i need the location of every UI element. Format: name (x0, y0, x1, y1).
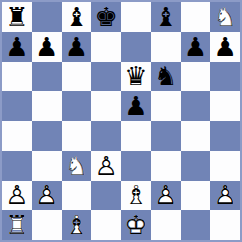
square-e8[interactable] (121, 2, 151, 32)
square-a6[interactable] (2, 62, 32, 92)
square-a8[interactable]: ♜ (2, 2, 32, 32)
piece-black-bishop: ♝ (62, 2, 92, 32)
square-c7[interactable]: ♟ (62, 32, 92, 62)
piece-black-rook: ♜ (2, 2, 32, 32)
square-e3[interactable] (121, 151, 151, 181)
square-c1[interactable]: ♝♗ (62, 210, 92, 240)
square-b7[interactable]: ♟ (32, 32, 62, 62)
piece-white-pawn: ♟♙ (91, 151, 121, 181)
square-e7[interactable] (121, 32, 151, 62)
chess-board-wrapper: ♜♝♚♝♞♘♟♟♟♟♟♛♞♟♞♘♟♙♟♙♟♙♝♗♟♙♟♙♜♖♝♗♚♔ (0, 0, 242, 242)
square-a3[interactable] (2, 151, 32, 181)
square-b2[interactable]: ♟♙ (32, 181, 62, 211)
square-b5[interactable] (32, 91, 62, 121)
square-e1[interactable]: ♚♔ (121, 210, 151, 240)
square-c4[interactable] (62, 121, 92, 151)
square-a4[interactable] (2, 121, 32, 151)
square-d5[interactable] (91, 91, 121, 121)
square-c6[interactable] (62, 62, 92, 92)
square-g3[interactable] (181, 151, 211, 181)
piece-white-pawn: ♟♙ (32, 181, 62, 211)
square-c2[interactable] (62, 181, 92, 211)
piece-white-pawn: ♟♙ (210, 181, 240, 211)
square-g6[interactable] (181, 62, 211, 92)
piece-black-knight: ♞ (151, 62, 181, 92)
piece-black-pawn: ♟ (121, 91, 151, 121)
square-f3[interactable] (151, 151, 181, 181)
piece-black-bishop: ♝ (151, 2, 181, 32)
piece-white-rook: ♜♖ (2, 210, 32, 240)
square-f1[interactable] (151, 210, 181, 240)
square-h4[interactable] (210, 121, 240, 151)
square-a2[interactable]: ♟♙ (2, 181, 32, 211)
piece-black-king: ♚ (91, 2, 121, 32)
piece-black-pawn: ♟ (210, 32, 240, 62)
square-b6[interactable] (32, 62, 62, 92)
square-d7[interactable] (91, 32, 121, 62)
chess-board: ♜♝♚♝♞♘♟♟♟♟♟♛♞♟♞♘♟♙♟♙♟♙♝♗♟♙♟♙♜♖♝♗♚♔ (0, 0, 242, 242)
square-h3[interactable] (210, 151, 240, 181)
square-h7[interactable]: ♟ (210, 32, 240, 62)
square-c3[interactable]: ♞♘ (62, 151, 92, 181)
square-b4[interactable] (32, 121, 62, 151)
square-b1[interactable] (32, 210, 62, 240)
square-c5[interactable] (62, 91, 92, 121)
square-a1[interactable]: ♜♖ (2, 210, 32, 240)
square-g5[interactable] (181, 91, 211, 121)
square-h5[interactable] (210, 91, 240, 121)
square-d3[interactable]: ♟♙ (91, 151, 121, 181)
square-f6[interactable]: ♞ (151, 62, 181, 92)
square-g2[interactable] (181, 181, 211, 211)
piece-white-pawn: ♟♙ (2, 181, 32, 211)
square-d1[interactable] (91, 210, 121, 240)
square-g7[interactable]: ♟ (181, 32, 211, 62)
square-h8[interactable]: ♞♘ (210, 2, 240, 32)
square-f8[interactable]: ♝ (151, 2, 181, 32)
square-h2[interactable]: ♟♙ (210, 181, 240, 211)
piece-white-knight: ♞♘ (62, 151, 92, 181)
piece-black-pawn: ♟ (32, 32, 62, 62)
square-g8[interactable] (181, 2, 211, 32)
piece-white-pawn: ♟♙ (151, 181, 181, 211)
square-g4[interactable] (181, 121, 211, 151)
piece-black-pawn: ♟ (62, 32, 92, 62)
square-f4[interactable] (151, 121, 181, 151)
square-e2[interactable]: ♝♗ (121, 181, 151, 211)
piece-white-king: ♚♔ (121, 210, 151, 240)
piece-white-bishop: ♝♗ (121, 181, 151, 211)
piece-white-bishop: ♝♗ (62, 210, 92, 240)
square-e6[interactable]: ♛ (121, 62, 151, 92)
piece-black-queen: ♛ (121, 62, 151, 92)
square-b8[interactable] (32, 2, 62, 32)
piece-black-pawn: ♟ (2, 32, 32, 62)
square-d2[interactable] (91, 181, 121, 211)
square-e5[interactable]: ♟ (121, 91, 151, 121)
square-f7[interactable] (151, 32, 181, 62)
square-e4[interactable] (121, 121, 151, 151)
square-h1[interactable] (210, 210, 240, 240)
square-a5[interactable] (2, 91, 32, 121)
square-a7[interactable]: ♟ (2, 32, 32, 62)
square-d6[interactable] (91, 62, 121, 92)
square-h6[interactable] (210, 62, 240, 92)
piece-white-knight: ♞♘ (210, 2, 240, 32)
piece-black-pawn: ♟ (181, 32, 211, 62)
square-d4[interactable] (91, 121, 121, 151)
square-c8[interactable]: ♝ (62, 2, 92, 32)
square-f5[interactable] (151, 91, 181, 121)
square-d8[interactable]: ♚ (91, 2, 121, 32)
square-b3[interactable] (32, 151, 62, 181)
square-f2[interactable]: ♟♙ (151, 181, 181, 211)
square-g1[interactable] (181, 210, 211, 240)
